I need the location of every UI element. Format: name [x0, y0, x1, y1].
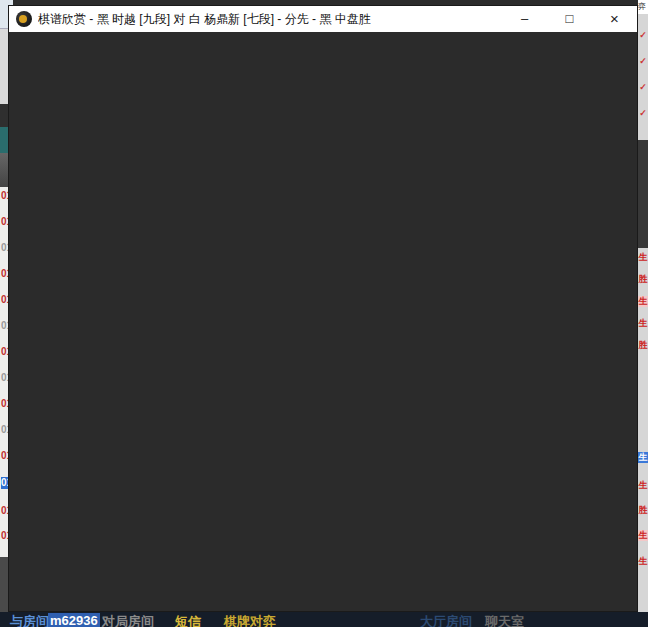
bg-right-corner-fragment: 弈 — [638, 0, 648, 14]
bg-right-glyph: 生 — [638, 318, 648, 329]
bg-right-glyph: 生 — [638, 296, 648, 307]
window-controls: – □ × — [502, 6, 637, 32]
bg-bottom-tab: 短信 — [173, 613, 203, 627]
bg-right-glyph: 胜 — [638, 505, 648, 516]
minimize-button[interactable]: – — [502, 6, 547, 32]
bg-right-glyph: ✓ — [638, 82, 648, 93]
game-viewer-window: 棋谱欣赏 - 黑 时越 [九段] 对 白 杨鼎新 [七段] - 分先 - 黑 中… — [8, 5, 638, 612]
background-window-right-sliver: 弈 ✓✓✓✓生胜生生胜生生胜生生 — [638, 0, 648, 612]
bg-right-glyph: 胜 — [638, 340, 648, 351]
bg-right-glyph: 生 — [638, 252, 648, 263]
bg-right-dark-band — [638, 140, 648, 248]
bg-bottom-tab: 与房间 — [8, 613, 51, 627]
bg-right-glyph: 生 — [638, 556, 648, 567]
bg-right-glyph: ✓ — [638, 30, 648, 41]
bg-bottom-tab: 对局房间 — [100, 613, 156, 627]
screen: 0101010101010101010101010101 与房间m62936对局… — [0, 0, 648, 627]
app-icon — [16, 11, 32, 27]
bg-right-glyph: ✓ — [638, 56, 648, 67]
background-window-bottom-tabs: 与房间m62936对局房间短信棋牌对弈大厅房间聊天室 — [0, 612, 648, 627]
bg-right-glyph: 胜 — [638, 274, 648, 285]
bg-bottom-tab: 聊天室 — [483, 613, 526, 627]
bg-bottom-tab: m62936 — [48, 613, 100, 627]
bg-right-glyph: 生 — [638, 452, 648, 463]
window-title: 棋谱欣赏 - 黑 时越 [九段] 对 白 杨鼎新 [七段] - 分先 - 黑 中… — [38, 11, 502, 28]
bg-right-glyph: 生 — [638, 530, 648, 541]
bg-right-glyph: ✓ — [638, 108, 648, 119]
maximize-button[interactable]: □ — [547, 6, 592, 32]
bg-right-glyph: 生 — [638, 480, 648, 491]
bg-bottom-tab: 棋牌对弈 — [222, 613, 278, 627]
titlebar: 棋谱欣赏 - 黑 时越 [九段] 对 白 杨鼎新 [七段] - 分先 - 黑 中… — [9, 6, 637, 32]
close-button[interactable]: × — [592, 6, 637, 32]
bg-bottom-tab: 大厅房间 — [418, 613, 474, 627]
